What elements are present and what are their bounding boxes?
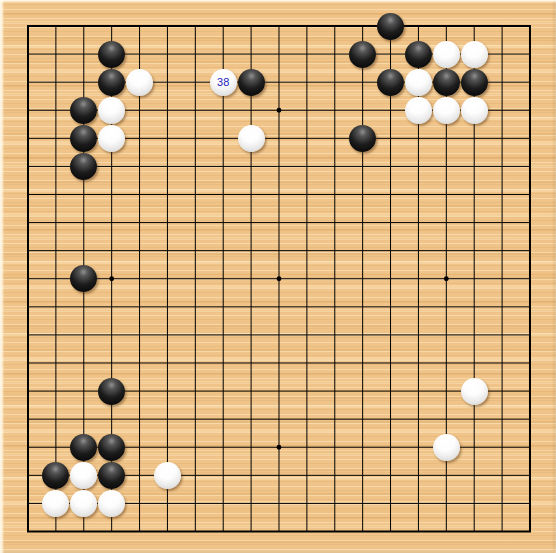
stone-black[interactable] — [70, 265, 97, 292]
stone-black[interactable] — [70, 434, 97, 461]
stone-white[interactable] — [98, 97, 125, 124]
stone-black[interactable] — [70, 97, 97, 124]
stones-layer[interactable]: 38 — [0, 0, 556, 553]
stone-black[interactable] — [98, 462, 125, 489]
stone-white[interactable] — [126, 69, 153, 96]
stone-black[interactable] — [349, 41, 376, 68]
stone-white[interactable] — [98, 125, 125, 152]
stone-white[interactable] — [461, 378, 488, 405]
stone-black[interactable] — [98, 434, 125, 461]
stone-black[interactable] — [349, 125, 376, 152]
stone-white[interactable] — [461, 97, 488, 124]
stone-black[interactable] — [405, 41, 432, 68]
stone-white[interactable] — [70, 490, 97, 517]
stone-white[interactable] — [433, 434, 460, 461]
stone-black[interactable] — [98, 378, 125, 405]
stone-black[interactable] — [98, 69, 125, 96]
stone-white[interactable] — [461, 41, 488, 68]
stone-black[interactable] — [238, 69, 265, 96]
stone-black[interactable] — [461, 69, 488, 96]
stone-black[interactable] — [70, 153, 97, 180]
stone-black[interactable] — [42, 462, 69, 489]
stone-white[interactable] — [70, 462, 97, 489]
move-number-label: 38 — [217, 77, 229, 88]
stone-black[interactable] — [377, 69, 404, 96]
stone-black[interactable] — [433, 69, 460, 96]
stone-white[interactable] — [238, 125, 265, 152]
stone-white[interactable] — [405, 97, 432, 124]
stone-white[interactable] — [42, 490, 69, 517]
stone-white[interactable] — [433, 41, 460, 68]
stone-white[interactable] — [154, 462, 181, 489]
stone-white[interactable] — [98, 490, 125, 517]
stone-black[interactable] — [377, 13, 404, 40]
stone-white[interactable] — [433, 97, 460, 124]
stone-black[interactable] — [70, 125, 97, 152]
go-board[interactable]: 38 — [0, 0, 556, 553]
stone-white[interactable] — [405, 69, 432, 96]
stone-black[interactable] — [98, 41, 125, 68]
stone-white[interactable]: 38 — [210, 69, 237, 96]
